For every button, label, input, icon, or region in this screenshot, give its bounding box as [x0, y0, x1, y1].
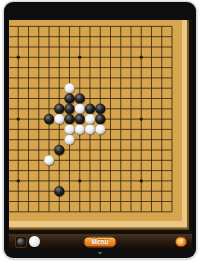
chevron-down-icon[interactable]: ⌄	[93, 248, 107, 256]
tablet-frame: Menu ↺ ⌄	[4, 2, 196, 258]
star-point	[16, 179, 19, 182]
go-board[interactable]	[9, 20, 192, 234]
page-background: Menu ↺ ⌄	[0, 0, 200, 261]
star-point	[139, 179, 142, 182]
undo-button[interactable]: ↺	[175, 236, 187, 248]
star-point	[78, 56, 81, 59]
board-edge-right-dark	[187, 20, 189, 230]
stone-tray	[15, 236, 40, 248]
white-stone-icon	[29, 236, 40, 247]
board-edge-right-shadow	[189, 20, 192, 234]
board-edge-right	[182, 20, 187, 230]
undo-icon: ↺	[178, 238, 184, 245]
black-stone-icon	[17, 238, 25, 246]
star-point	[139, 56, 142, 59]
menu-button-label: Menu	[92, 238, 109, 245]
board-svg[interactable]	[9, 20, 192, 234]
board-edge-bottom	[9, 221, 187, 228]
star-point	[16, 117, 19, 120]
star-point	[78, 179, 81, 182]
black-stone-tile	[15, 236, 27, 248]
star-point	[139, 117, 142, 120]
star-point	[16, 56, 19, 59]
board-edge-bottom-dark	[9, 228, 189, 230]
